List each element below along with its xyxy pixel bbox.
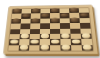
light-piece[interactable] [21,34,29,39]
dark-piece[interactable] [51,19,59,23]
photo-background [0,0,100,58]
light-piece[interactable] [10,40,18,45]
square-a1[interactable] [8,45,19,51]
light-piece[interactable] [41,45,49,50]
square-d1[interactable] [39,45,50,51]
light-piece[interactable] [51,40,59,45]
light-piece[interactable] [83,45,92,50]
square-b1[interactable] [19,45,30,51]
square-g1[interactable] [71,45,82,51]
board-perspective-wrapper [4,6,98,55]
square-e1[interactable] [50,45,61,51]
light-piece[interactable] [62,45,70,50]
light-piece[interactable] [31,40,39,45]
light-piece[interactable] [41,34,49,39]
light-piece[interactable] [82,34,90,39]
board-frame [4,6,98,55]
square-h1[interactable] [82,45,93,51]
light-piece[interactable] [61,34,69,39]
light-piece[interactable] [20,45,28,50]
light-piece[interactable] [72,40,80,45]
board-grid [8,9,93,52]
square-f1[interactable] [60,45,71,51]
dark-piece[interactable] [71,18,79,22]
square-c1[interactable] [29,45,40,51]
